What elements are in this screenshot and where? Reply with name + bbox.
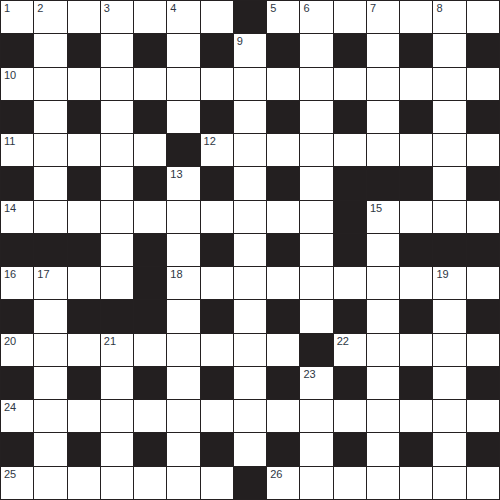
letter-cell[interactable] xyxy=(167,400,199,432)
letter-cell[interactable] xyxy=(400,267,432,299)
block-cell xyxy=(267,34,299,66)
letter-cell[interactable] xyxy=(234,300,266,332)
letter-cell[interactable] xyxy=(367,101,399,133)
letter-cell[interactable] xyxy=(367,400,399,432)
letter-cell[interactable] xyxy=(300,34,332,66)
block-cell xyxy=(68,367,100,399)
letter-cell[interactable] xyxy=(201,467,233,499)
letter-cell[interactable] xyxy=(334,267,366,299)
letter-cell[interactable] xyxy=(34,367,66,399)
letter-cell[interactable] xyxy=(101,433,133,465)
letter-cell[interactable] xyxy=(201,68,233,100)
letter-cell[interactable] xyxy=(400,334,432,366)
letter-cell[interactable] xyxy=(433,134,465,166)
letter-cell[interactable] xyxy=(467,134,499,166)
letter-cell[interactable]: 2 xyxy=(34,1,66,33)
block-cell xyxy=(267,101,299,133)
letter-cell[interactable] xyxy=(300,167,332,199)
letter-cell[interactable] xyxy=(167,101,199,133)
block-cell xyxy=(467,34,499,66)
letter-cell[interactable] xyxy=(433,201,465,233)
letter-cell[interactable] xyxy=(267,267,299,299)
letter-cell[interactable] xyxy=(134,68,166,100)
letter-cell[interactable] xyxy=(134,134,166,166)
crossword-board: 1234567891011121314151617181920212223242… xyxy=(0,0,500,500)
clue-number: 22 xyxy=(337,336,349,347)
letter-cell[interactable] xyxy=(134,334,166,366)
letter-cell[interactable] xyxy=(34,134,66,166)
letter-cell[interactable] xyxy=(34,201,66,233)
clue-number: 26 xyxy=(270,469,282,480)
block-cell xyxy=(201,234,233,266)
letter-cell[interactable] xyxy=(334,1,366,33)
letter-cell[interactable] xyxy=(467,201,499,233)
block-cell xyxy=(134,433,166,465)
letter-cell[interactable] xyxy=(267,134,299,166)
clue-number: 21 xyxy=(104,336,116,347)
letter-cell[interactable] xyxy=(34,467,66,499)
letter-cell[interactable] xyxy=(367,300,399,332)
block-cell xyxy=(1,101,33,133)
letter-cell[interactable] xyxy=(467,467,499,499)
block-cell xyxy=(134,101,166,133)
clue-number: 7 xyxy=(370,3,376,14)
letter-cell[interactable] xyxy=(68,400,100,432)
letter-cell[interactable]: 16 xyxy=(1,267,33,299)
block-cell xyxy=(1,34,33,66)
letter-cell[interactable] xyxy=(367,34,399,66)
clue-number: 17 xyxy=(37,269,49,280)
block-cell xyxy=(201,101,233,133)
letter-cell[interactable] xyxy=(433,101,465,133)
letter-cell[interactable] xyxy=(467,334,499,366)
letter-cell[interactable]: 23 xyxy=(300,367,332,399)
letter-cell[interactable]: 4 xyxy=(167,1,199,33)
letter-cell[interactable] xyxy=(334,467,366,499)
letter-cell[interactable] xyxy=(167,68,199,100)
letter-cell[interactable] xyxy=(34,101,66,133)
block-cell xyxy=(334,167,366,199)
letter-cell[interactable]: 13 xyxy=(167,167,199,199)
letter-cell[interactable] xyxy=(400,201,432,233)
letter-cell[interactable] xyxy=(367,134,399,166)
letter-cell[interactable] xyxy=(267,68,299,100)
letter-cell[interactable] xyxy=(68,267,100,299)
block-cell xyxy=(367,167,399,199)
letter-cell[interactable] xyxy=(101,234,133,266)
letter-cell[interactable] xyxy=(68,467,100,499)
letter-cell[interactable] xyxy=(167,334,199,366)
block-cell xyxy=(267,234,299,266)
block-cell xyxy=(101,300,133,332)
letter-cell[interactable]: 9 xyxy=(234,34,266,66)
letter-cell[interactable] xyxy=(167,367,199,399)
clue-number: 15 xyxy=(370,203,382,214)
block-cell xyxy=(400,300,432,332)
letter-cell[interactable]: 14 xyxy=(1,201,33,233)
block-cell xyxy=(267,300,299,332)
letter-cell[interactable] xyxy=(134,201,166,233)
block-cell xyxy=(134,234,166,266)
letter-cell[interactable] xyxy=(134,467,166,499)
letter-cell[interactable] xyxy=(400,400,432,432)
letter-cell[interactable] xyxy=(300,433,332,465)
block-cell xyxy=(201,300,233,332)
block-cell xyxy=(1,167,33,199)
letter-cell[interactable] xyxy=(400,467,432,499)
block-cell xyxy=(68,101,100,133)
letter-cell[interactable] xyxy=(300,400,332,432)
block-cell xyxy=(467,367,499,399)
letter-cell[interactable] xyxy=(234,433,266,465)
letter-cell[interactable] xyxy=(201,267,233,299)
clue-number: 11 xyxy=(4,136,15,147)
block-cell xyxy=(68,167,100,199)
letter-cell[interactable] xyxy=(433,367,465,399)
letter-cell[interactable] xyxy=(300,300,332,332)
block-cell xyxy=(267,367,299,399)
clue-number: 5 xyxy=(270,3,276,14)
letter-cell[interactable] xyxy=(101,201,133,233)
letter-cell[interactable]: 15 xyxy=(367,201,399,233)
block-cell xyxy=(267,433,299,465)
letter-cell[interactable] xyxy=(167,34,199,66)
letter-cell[interactable] xyxy=(400,134,432,166)
clue-number: 8 xyxy=(436,3,442,14)
block-cell xyxy=(68,300,100,332)
letter-cell[interactable] xyxy=(234,400,266,432)
clue-number: 9 xyxy=(237,36,243,47)
block-cell xyxy=(1,300,33,332)
letter-cell[interactable] xyxy=(300,201,332,233)
letter-cell[interactable] xyxy=(201,201,233,233)
letter-cell[interactable]: 12 xyxy=(201,134,233,166)
block-cell xyxy=(400,433,432,465)
block-cell xyxy=(334,34,366,66)
letter-cell[interactable] xyxy=(101,367,133,399)
block-cell xyxy=(300,334,332,366)
letter-cell[interactable] xyxy=(367,467,399,499)
letter-cell[interactable] xyxy=(234,234,266,266)
letter-cell[interactable] xyxy=(101,101,133,133)
block-cell xyxy=(68,34,100,66)
block-cell xyxy=(234,1,266,33)
letter-cell[interactable] xyxy=(433,167,465,199)
letter-cell[interactable] xyxy=(68,68,100,100)
letter-cell[interactable] xyxy=(101,467,133,499)
block-cell xyxy=(467,101,499,133)
block-cell xyxy=(1,433,33,465)
letter-cell[interactable] xyxy=(201,400,233,432)
block-cell xyxy=(267,167,299,199)
letter-cell[interactable] xyxy=(34,334,66,366)
clue-number: 19 xyxy=(436,269,448,280)
letter-cell[interactable] xyxy=(400,1,432,33)
letter-cell[interactable] xyxy=(467,267,499,299)
letter-cell[interactable] xyxy=(34,300,66,332)
block-cell xyxy=(467,300,499,332)
letter-cell[interactable] xyxy=(167,234,199,266)
letter-cell[interactable] xyxy=(234,267,266,299)
block-cell xyxy=(201,34,233,66)
letter-cell[interactable] xyxy=(300,467,332,499)
block-cell xyxy=(334,234,366,266)
letter-cell[interactable] xyxy=(134,400,166,432)
letter-cell[interactable] xyxy=(334,68,366,100)
letter-cell[interactable] xyxy=(34,400,66,432)
letter-cell[interactable] xyxy=(433,300,465,332)
block-cell xyxy=(1,367,33,399)
block-cell xyxy=(134,267,166,299)
letter-cell[interactable] xyxy=(167,433,199,465)
letter-cell[interactable] xyxy=(34,34,66,66)
letter-cell[interactable] xyxy=(267,400,299,432)
letter-cell[interactable]: 24 xyxy=(1,400,33,432)
letter-cell[interactable] xyxy=(433,400,465,432)
letter-cell[interactable] xyxy=(467,68,499,100)
letter-cell[interactable]: 8 xyxy=(433,1,465,33)
clue-number: 12 xyxy=(204,136,216,147)
letter-cell[interactable] xyxy=(101,167,133,199)
letter-cell[interactable] xyxy=(234,68,266,100)
clue-number: 3 xyxy=(104,3,110,14)
letter-cell[interactable]: 20 xyxy=(1,334,33,366)
letter-cell[interactable] xyxy=(367,234,399,266)
block-cell xyxy=(467,234,499,266)
block-cell xyxy=(334,101,366,133)
letter-cell[interactable] xyxy=(101,34,133,66)
letter-cell[interactable] xyxy=(167,201,199,233)
letter-cell[interactable] xyxy=(234,334,266,366)
letter-cell[interactable] xyxy=(234,167,266,199)
letter-cell[interactable]: 22 xyxy=(334,334,366,366)
letter-cell[interactable] xyxy=(68,201,100,233)
clue-number: 14 xyxy=(4,203,16,214)
letter-cell[interactable] xyxy=(433,433,465,465)
letter-cell[interactable]: 6 xyxy=(300,1,332,33)
clue-number: 23 xyxy=(303,369,315,380)
letter-cell[interactable] xyxy=(300,267,332,299)
letter-cell[interactable]: 7 xyxy=(367,1,399,33)
letter-cell[interactable] xyxy=(267,334,299,366)
letter-cell[interactable] xyxy=(367,433,399,465)
clue-number: 6 xyxy=(303,3,309,14)
letter-cell[interactable] xyxy=(433,34,465,66)
letter-cell[interactable]: 11 xyxy=(1,134,33,166)
letter-cell[interactable]: 10 xyxy=(1,68,33,100)
letter-cell[interactable] xyxy=(300,68,332,100)
letter-cell[interactable] xyxy=(467,1,499,33)
letter-cell[interactable]: 5 xyxy=(267,1,299,33)
letter-cell[interactable] xyxy=(400,68,432,100)
letter-cell[interactable] xyxy=(68,134,100,166)
block-cell xyxy=(134,367,166,399)
letter-cell[interactable] xyxy=(367,367,399,399)
letter-cell[interactable] xyxy=(134,1,166,33)
clue-number: 1 xyxy=(4,3,10,14)
block-cell xyxy=(234,467,266,499)
letter-cell[interactable] xyxy=(101,134,133,166)
block-cell xyxy=(400,167,432,199)
clue-number: 2 xyxy=(37,3,43,14)
block-cell xyxy=(134,167,166,199)
letter-cell[interactable] xyxy=(101,68,133,100)
letter-cell[interactable] xyxy=(34,167,66,199)
letter-cell[interactable]: 17 xyxy=(34,267,66,299)
letter-cell[interactable] xyxy=(201,334,233,366)
block-cell xyxy=(334,367,366,399)
letter-cell[interactable] xyxy=(68,334,100,366)
letter-cell[interactable] xyxy=(300,234,332,266)
block-cell xyxy=(334,300,366,332)
clue-number: 24 xyxy=(4,402,16,413)
letter-cell[interactable] xyxy=(201,1,233,33)
block-cell xyxy=(433,234,465,266)
clue-number: 16 xyxy=(4,269,16,280)
clue-number: 10 xyxy=(4,70,16,81)
letter-cell[interactable] xyxy=(234,201,266,233)
letter-cell[interactable] xyxy=(234,101,266,133)
block-cell xyxy=(201,433,233,465)
letter-cell[interactable]: 1 xyxy=(1,1,33,33)
letter-cell[interactable] xyxy=(234,367,266,399)
letter-cell[interactable] xyxy=(367,68,399,100)
letter-cell[interactable]: 21 xyxy=(101,334,133,366)
block-cell xyxy=(68,234,100,266)
letter-cell[interactable]: 18 xyxy=(167,267,199,299)
letter-cell[interactable] xyxy=(433,467,465,499)
block-cell xyxy=(400,34,432,66)
letter-cell[interactable]: 3 xyxy=(101,1,133,33)
letter-cell[interactable] xyxy=(267,201,299,233)
block-cell xyxy=(400,101,432,133)
letter-cell[interactable] xyxy=(34,68,66,100)
block-cell xyxy=(167,134,199,166)
letter-cell[interactable] xyxy=(334,400,366,432)
clue-number: 13 xyxy=(170,169,182,180)
block-cell xyxy=(134,34,166,66)
block-cell xyxy=(467,167,499,199)
letter-cell[interactable]: 19 xyxy=(433,267,465,299)
block-cell xyxy=(334,433,366,465)
block-cell xyxy=(400,367,432,399)
block-cell xyxy=(201,367,233,399)
letter-cell[interactable] xyxy=(167,467,199,499)
letter-cell[interactable] xyxy=(101,400,133,432)
block-cell xyxy=(134,300,166,332)
letter-cell[interactable] xyxy=(367,267,399,299)
block-cell xyxy=(34,234,66,266)
letter-cell[interactable] xyxy=(68,1,100,33)
letter-cell[interactable] xyxy=(300,134,332,166)
clue-number: 18 xyxy=(170,269,182,280)
letter-cell[interactable]: 25 xyxy=(1,467,33,499)
block-cell xyxy=(1,234,33,266)
letter-cell[interactable] xyxy=(467,400,499,432)
letter-cell[interactable] xyxy=(334,134,366,166)
letter-cell[interactable] xyxy=(167,300,199,332)
block-cell xyxy=(68,433,100,465)
letter-cell[interactable] xyxy=(433,68,465,100)
clue-number: 20 xyxy=(4,336,16,347)
letter-cell[interactable]: 26 xyxy=(267,467,299,499)
letter-cell[interactable] xyxy=(367,334,399,366)
block-cell xyxy=(201,167,233,199)
letter-cell[interactable] xyxy=(34,433,66,465)
clue-number: 25 xyxy=(4,469,16,480)
block-cell xyxy=(467,433,499,465)
clue-number: 4 xyxy=(170,3,176,14)
block-cell xyxy=(400,234,432,266)
letter-cell[interactable] xyxy=(433,334,465,366)
letter-cell[interactable] xyxy=(234,134,266,166)
letter-cell[interactable] xyxy=(300,101,332,133)
letter-cell[interactable] xyxy=(101,267,133,299)
block-cell xyxy=(334,201,366,233)
